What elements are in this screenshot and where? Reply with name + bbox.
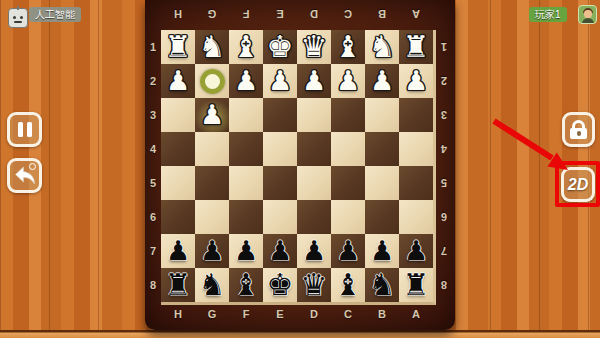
rank-label-1: 1 <box>436 30 452 64</box>
square-b6[interactable] <box>365 200 399 234</box>
table-edge <box>0 330 600 338</box>
rank-label-4: 4 <box>145 132 161 166</box>
square-e7[interactable]: ♟ <box>263 234 297 268</box>
file-label-G: G <box>195 4 229 24</box>
piece-black-r[interactable]: ♜ <box>403 268 430 302</box>
square-a1[interactable]: ♜ <box>399 30 433 64</box>
file-label-D: D <box>297 4 331 24</box>
square-d8[interactable]: ♛ <box>297 268 331 302</box>
square-c4[interactable] <box>331 132 365 166</box>
file-label-E: E <box>263 4 297 24</box>
square-c8[interactable]: ♝ <box>331 268 365 302</box>
square-b8[interactable]: ♞ <box>365 268 399 302</box>
square-f3[interactable] <box>229 98 263 132</box>
piece-white-n[interactable]: ♞ <box>199 30 226 64</box>
square-h4[interactable] <box>161 132 195 166</box>
rank-label-8: 8 <box>145 268 161 302</box>
human-player-badge: 玩家1 <box>529 7 567 22</box>
game-screen: 人工智能 玩家1 HGFEDCBA HGFEDCBA 12345678 1234… <box>0 0 600 338</box>
piece-black-p[interactable]: ♟ <box>302 234 326 268</box>
rank-label-2: 2 <box>436 64 452 98</box>
file-label-B: B <box>365 4 399 24</box>
rank-label-4: 4 <box>436 132 452 166</box>
rank-label-8: 8 <box>436 268 452 302</box>
square-e4[interactable] <box>263 132 297 166</box>
square-g5[interactable] <box>195 166 229 200</box>
piece-white-r[interactable]: ♜ <box>165 30 192 64</box>
square-d6[interactable] <box>297 200 331 234</box>
square-c6[interactable] <box>331 200 365 234</box>
file-label-C: C <box>331 304 365 324</box>
square-f8[interactable]: ♝ <box>229 268 263 302</box>
square-h6[interactable] <box>161 200 195 234</box>
square-f5[interactable] <box>229 166 263 200</box>
square-e3[interactable] <box>263 98 297 132</box>
square-b3[interactable] <box>365 98 399 132</box>
rank-label-6: 6 <box>436 200 452 234</box>
square-f6[interactable] <box>229 200 263 234</box>
piece-white-k[interactable]: ♚ <box>267 30 294 64</box>
square-d5[interactable] <box>297 166 331 200</box>
square-h7[interactable]: ♟ <box>161 234 195 268</box>
square-a3[interactable] <box>399 98 433 132</box>
piece-black-p[interactable]: ♟ <box>234 234 258 268</box>
robot-icon <box>8 8 28 28</box>
piece-white-p[interactable]: ♟ <box>234 64 258 98</box>
square-f4[interactable] <box>229 132 263 166</box>
square-h2[interactable]: ♟ <box>161 64 195 98</box>
rank-label-1: 1 <box>145 30 161 64</box>
square-g6[interactable] <box>195 200 229 234</box>
file-label-B: B <box>365 304 399 324</box>
square-a7[interactable]: ♟ <box>399 234 433 268</box>
piece-black-n[interactable]: ♞ <box>199 268 226 302</box>
square-g2[interactable] <box>195 64 229 98</box>
square-f7[interactable]: ♟ <box>229 234 263 268</box>
piece-black-n[interactable]: ♞ <box>369 268 396 302</box>
board-squares: ♜♞♝♚♛♝♞♜♟♟♟♟♟♟♟♟♟♟♟♟♟♟♟♟♜♞♝♚♛♝♞♜ <box>161 30 436 305</box>
piece-white-p[interactable]: ♟ <box>268 64 292 98</box>
file-label-H: H <box>161 4 195 24</box>
square-a4[interactable] <box>399 132 433 166</box>
piece-black-b[interactable]: ♝ <box>233 268 260 302</box>
piece-black-p[interactable]: ♟ <box>166 234 190 268</box>
ai-player-badge: 人工智能 <box>29 7 81 22</box>
square-c3[interactable] <box>331 98 365 132</box>
rank-label-6: 6 <box>145 200 161 234</box>
piece-black-b[interactable]: ♝ <box>335 268 362 302</box>
piece-black-p[interactable]: ♟ <box>404 234 428 268</box>
piece-white-r[interactable]: ♜ <box>403 30 430 64</box>
file-label-F: F <box>229 4 263 24</box>
piece-black-k[interactable]: ♚ <box>267 268 294 302</box>
square-d7[interactable]: ♟ <box>297 234 331 268</box>
square-e1[interactable]: ♚ <box>263 30 297 64</box>
square-a2[interactable]: ♟ <box>399 64 433 98</box>
file-label-D: D <box>297 304 331 324</box>
file-label-F: F <box>229 304 263 324</box>
file-label-A: A <box>399 4 433 24</box>
square-a8[interactable]: ♜ <box>399 268 433 302</box>
square-h5[interactable] <box>161 166 195 200</box>
piece-white-b[interactable]: ♝ <box>233 30 260 64</box>
rank-labels-right: 12345678 <box>436 30 452 302</box>
file-label-E: E <box>263 304 297 324</box>
piece-black-r[interactable]: ♜ <box>165 268 192 302</box>
square-e5[interactable] <box>263 166 297 200</box>
square-d1[interactable]: ♛ <box>297 30 331 64</box>
square-c5[interactable] <box>331 166 365 200</box>
avatar-icon <box>578 5 597 24</box>
piece-white-p[interactable]: ♟ <box>200 98 224 132</box>
square-b1[interactable]: ♞ <box>365 30 399 64</box>
square-f2[interactable]: ♟ <box>229 64 263 98</box>
square-d4[interactable] <box>297 132 331 166</box>
pause-icon <box>18 122 32 137</box>
file-label-A: A <box>399 304 433 324</box>
rank-label-7: 7 <box>436 234 452 268</box>
file-labels-bottom: HGFEDCBA <box>161 304 433 324</box>
square-g3[interactable]: ♟ <box>195 98 229 132</box>
square-h3[interactable] <box>161 98 195 132</box>
rank-label-5: 5 <box>436 166 452 200</box>
chess-board: HGFEDCBA HGFEDCBA 12345678 12345678 ♜♞♝♚… <box>145 0 455 330</box>
file-label-G: G <box>195 304 229 324</box>
square-b7[interactable]: ♟ <box>365 234 399 268</box>
square-f1[interactable]: ♝ <box>229 30 263 64</box>
square-b5[interactable] <box>365 166 399 200</box>
piece-white-q[interactable]: ♛ <box>301 30 328 64</box>
lock-icon <box>570 120 587 139</box>
square-g7[interactable]: ♟ <box>195 234 229 268</box>
square-g1[interactable]: ♞ <box>195 30 229 64</box>
square-b2[interactable]: ♟ <box>365 64 399 98</box>
file-label-C: C <box>331 4 365 24</box>
square-g8[interactable]: ♞ <box>195 268 229 302</box>
piece-white-p[interactable]: ♟ <box>336 64 360 98</box>
square-g4[interactable] <box>195 132 229 166</box>
undo-count-badge <box>29 163 36 170</box>
square-c7[interactable]: ♟ <box>331 234 365 268</box>
square-a6[interactable] <box>399 200 433 234</box>
square-h1[interactable]: ♜ <box>161 30 195 64</box>
piece-black-q[interactable]: ♛ <box>301 268 328 302</box>
last-move-from-marker <box>200 69 225 94</box>
square-e2[interactable]: ♟ <box>263 64 297 98</box>
square-e6[interactable] <box>263 200 297 234</box>
piece-black-p[interactable]: ♟ <box>268 234 292 268</box>
square-h8[interactable]: ♜ <box>161 268 195 302</box>
piece-black-p[interactable]: ♟ <box>200 234 224 268</box>
rank-label-3: 3 <box>145 98 161 132</box>
tutorial-highlight-rect <box>555 161 600 207</box>
square-d2[interactable]: ♟ <box>297 64 331 98</box>
rank-label-7: 7 <box>145 234 161 268</box>
file-label-H: H <box>161 304 195 324</box>
square-c2[interactable]: ♟ <box>331 64 365 98</box>
square-a5[interactable] <box>399 166 433 200</box>
piece-white-n[interactable]: ♞ <box>369 30 396 64</box>
rank-label-3: 3 <box>436 98 452 132</box>
lock-button[interactable] <box>562 112 595 147</box>
square-d3[interactable] <box>297 98 331 132</box>
piece-white-p[interactable]: ♟ <box>370 64 394 98</box>
file-labels-top: HGFEDCBA <box>161 4 433 24</box>
rank-label-5: 5 <box>145 166 161 200</box>
piece-black-p[interactable]: ♟ <box>370 234 394 268</box>
rank-labels-left: 12345678 <box>145 30 161 302</box>
piece-white-p[interactable]: ♟ <box>166 64 190 98</box>
piece-white-p[interactable]: ♟ <box>302 64 326 98</box>
piece-white-p[interactable]: ♟ <box>404 64 428 98</box>
piece-black-p[interactable]: ♟ <box>336 234 360 268</box>
pause-button[interactable] <box>7 112 42 147</box>
square-b4[interactable] <box>365 132 399 166</box>
square-c1[interactable]: ♝ <box>331 30 365 64</box>
square-e8[interactable]: ♚ <box>263 268 297 302</box>
undo-button[interactable] <box>7 158 42 193</box>
piece-white-b[interactable]: ♝ <box>335 30 362 64</box>
rank-label-2: 2 <box>145 64 161 98</box>
